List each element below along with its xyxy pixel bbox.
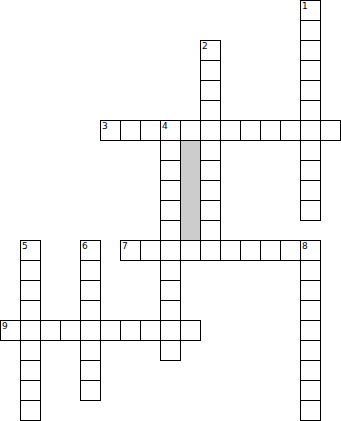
crossword-cell[interactable] bbox=[200, 160, 221, 181]
crossword-cell[interactable] bbox=[20, 340, 41, 361]
crossword-cell[interactable] bbox=[20, 380, 41, 401]
crossword-cell[interactable] bbox=[160, 180, 181, 201]
crossword-cell[interactable] bbox=[200, 60, 221, 81]
crossword-cell[interactable] bbox=[60, 320, 81, 341]
crossword-cell[interactable] bbox=[160, 200, 181, 221]
crossword-cell[interactable] bbox=[300, 140, 321, 161]
shaded-cell bbox=[180, 140, 201, 161]
crossword-cell[interactable] bbox=[140, 120, 161, 141]
crossword-cell[interactable] bbox=[200, 80, 221, 101]
crossword-cell[interactable] bbox=[80, 280, 101, 301]
crossword-cell[interactable] bbox=[160, 140, 181, 161]
crossword-cell[interactable] bbox=[20, 360, 41, 381]
crossword-cell[interactable] bbox=[140, 320, 161, 341]
crossword-cell[interactable] bbox=[160, 280, 181, 301]
crossword-cell[interactable] bbox=[200, 240, 221, 261]
crossword-cell[interactable] bbox=[320, 120, 341, 141]
crossword-cell[interactable] bbox=[40, 320, 61, 341]
shaded-cell bbox=[180, 220, 201, 241]
crossword-cell[interactable] bbox=[20, 300, 41, 321]
crossword-cell[interactable] bbox=[300, 0, 321, 21]
crossword-cell[interactable] bbox=[20, 260, 41, 281]
crossword-cell[interactable] bbox=[300, 320, 321, 341]
crossword-cell[interactable] bbox=[300, 160, 321, 181]
crossword-cell[interactable] bbox=[160, 260, 181, 281]
crossword-cell[interactable] bbox=[300, 340, 321, 361]
crossword-cell[interactable] bbox=[180, 320, 201, 341]
crossword-cell[interactable] bbox=[300, 200, 321, 221]
crossword-cell[interactable] bbox=[120, 240, 141, 261]
crossword-cell[interactable] bbox=[0, 320, 21, 341]
crossword-cell[interactable] bbox=[200, 220, 221, 241]
crossword-cell[interactable] bbox=[180, 120, 201, 141]
crossword-cell[interactable] bbox=[200, 200, 221, 221]
crossword-cell[interactable] bbox=[20, 400, 41, 421]
crossword-cell[interactable] bbox=[220, 240, 241, 261]
crossword-cell[interactable] bbox=[20, 240, 41, 261]
crossword-cell[interactable] bbox=[300, 120, 321, 141]
crossword-cell[interactable] bbox=[300, 40, 321, 61]
crossword-cell[interactable] bbox=[200, 100, 221, 121]
crossword-cell[interactable] bbox=[120, 320, 141, 341]
crossword-cell[interactable] bbox=[300, 360, 321, 381]
crossword-cell[interactable] bbox=[300, 60, 321, 81]
crossword-cell[interactable] bbox=[240, 120, 261, 141]
crossword-cell[interactable] bbox=[160, 120, 181, 141]
crossword-cell[interactable] bbox=[160, 240, 181, 261]
crossword-cell[interactable] bbox=[300, 380, 321, 401]
crossword-cell[interactable] bbox=[80, 260, 101, 281]
crossword-cell[interactable] bbox=[200, 120, 221, 141]
crossword-cell[interactable] bbox=[120, 120, 141, 141]
crossword-cell[interactable] bbox=[200, 180, 221, 201]
crossword-cell[interactable] bbox=[80, 380, 101, 401]
shaded-cell bbox=[180, 180, 201, 201]
crossword-cell[interactable] bbox=[100, 120, 121, 141]
crossword-cell[interactable] bbox=[260, 120, 281, 141]
crossword-cell[interactable] bbox=[240, 240, 261, 261]
crossword-cell[interactable] bbox=[160, 340, 181, 361]
crossword-cell[interactable] bbox=[300, 100, 321, 121]
crossword-cell[interactable] bbox=[160, 320, 181, 341]
crossword-cell[interactable] bbox=[220, 120, 241, 141]
crossword-cell[interactable] bbox=[300, 20, 321, 41]
crossword-cell[interactable] bbox=[160, 160, 181, 181]
crossword-cell[interactable] bbox=[20, 320, 41, 341]
crossword-cell[interactable] bbox=[20, 280, 41, 301]
crossword-cell[interactable] bbox=[300, 240, 321, 261]
crossword-cell[interactable] bbox=[80, 240, 101, 261]
crossword-cell[interactable] bbox=[160, 220, 181, 241]
crossword-cell[interactable] bbox=[100, 320, 121, 341]
shaded-cell bbox=[180, 160, 201, 181]
crossword-cell[interactable] bbox=[300, 400, 321, 421]
crossword-cell[interactable] bbox=[80, 320, 101, 341]
crossword-cell[interactable] bbox=[160, 300, 181, 321]
crossword-cell[interactable] bbox=[300, 260, 321, 281]
crossword-cell[interactable] bbox=[180, 240, 201, 261]
crossword-cell[interactable] bbox=[80, 300, 101, 321]
crossword-cell[interactable] bbox=[280, 120, 301, 141]
crossword-cell[interactable] bbox=[300, 300, 321, 321]
crossword-board: 123456789 bbox=[0, 0, 341, 421]
crossword-cell[interactable] bbox=[300, 280, 321, 301]
crossword-cell[interactable] bbox=[200, 140, 221, 161]
crossword-cell[interactable] bbox=[300, 80, 321, 101]
crossword-cell[interactable] bbox=[300, 180, 321, 201]
crossword-cell[interactable] bbox=[200, 40, 221, 61]
crossword-cell[interactable] bbox=[80, 360, 101, 381]
crossword-cell[interactable] bbox=[260, 240, 281, 261]
crossword-cell[interactable] bbox=[80, 340, 101, 361]
crossword-cell[interactable] bbox=[140, 240, 161, 261]
shaded-cell bbox=[180, 200, 201, 221]
crossword-cell[interactable] bbox=[280, 240, 301, 261]
